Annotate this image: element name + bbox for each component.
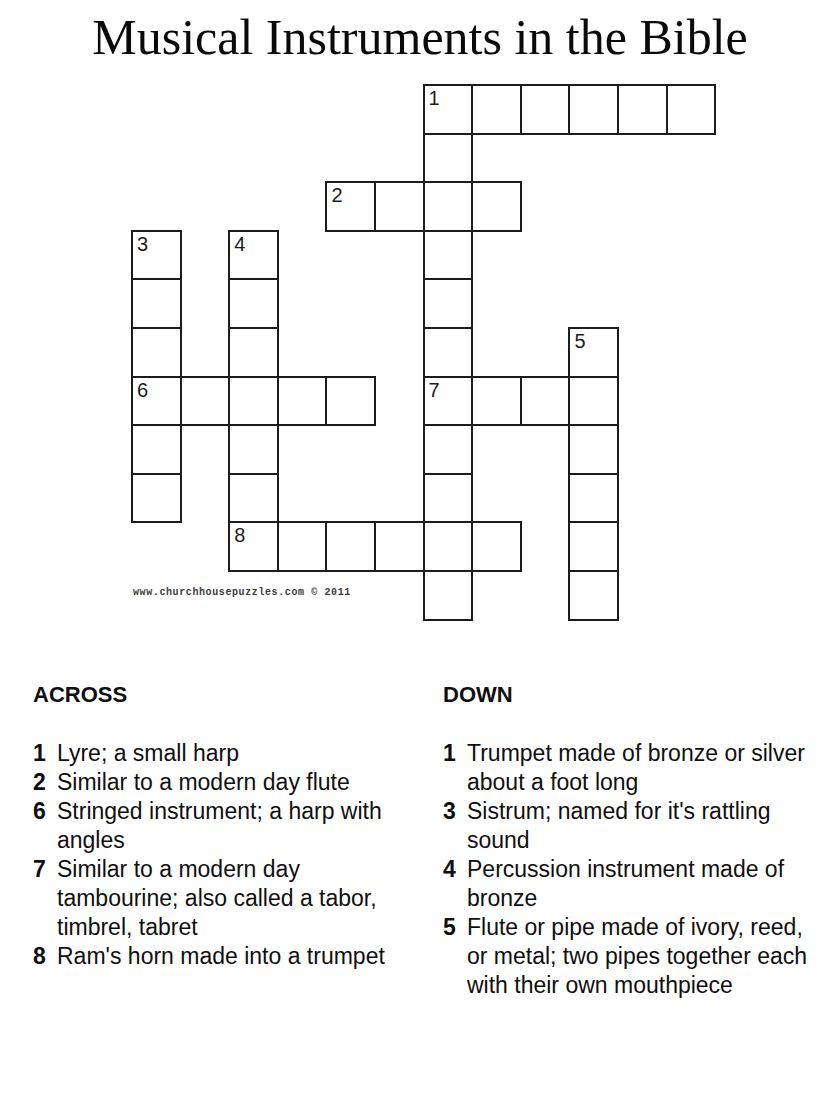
- cell-number: 2: [331, 183, 342, 207]
- cell-number: 4: [234, 232, 245, 256]
- clue-number: 5: [443, 913, 467, 1000]
- grid-cell[interactable]: [423, 521, 474, 572]
- grid-cell[interactable]: [374, 521, 425, 572]
- grid-cell[interactable]: [228, 424, 279, 475]
- down-header: DOWN: [443, 681, 833, 708]
- grid-cell[interactable]: [617, 84, 668, 135]
- grid-cell[interactable]: 3: [131, 230, 182, 281]
- grid-cell[interactable]: [374, 181, 425, 232]
- cell-number: 8: [234, 523, 245, 547]
- down-clue-list: 1Trumpet made of bronze or silver about …: [443, 739, 833, 1000]
- page-title: Musical Instruments in the Bible: [0, 8, 840, 66]
- clue-text: Lyre; a small harp: [57, 739, 397, 768]
- grid-cell[interactable]: 1: [423, 84, 474, 135]
- clue-number: 1: [443, 739, 467, 797]
- grid-cell[interactable]: [228, 473, 279, 524]
- across-clue-2: 2Similar to a modern day flute: [33, 768, 433, 797]
- grid-cell[interactable]: [568, 84, 619, 135]
- cell-number: 6: [137, 378, 148, 402]
- clue-number: 7: [33, 855, 57, 942]
- grid-cell[interactable]: [228, 376, 279, 427]
- grid-cell[interactable]: [423, 473, 474, 524]
- across-clue-7: 7Similar to a modern day tambourine; als…: [33, 855, 433, 942]
- grid-cell[interactable]: [180, 376, 231, 427]
- across-clue-6: 6Stringed instrument; a harp with angles: [33, 797, 433, 855]
- grid-cell[interactable]: 6: [131, 376, 182, 427]
- cell-number: 1: [429, 86, 440, 110]
- clue-number: 2: [33, 768, 57, 797]
- clue-text: Stringed instrument; a harp with angles: [57, 797, 397, 855]
- grid-cell[interactable]: 4: [228, 230, 279, 281]
- down-clue-3: 3Sistrum; named for it's rattling sound: [443, 797, 833, 855]
- clue-number: 4: [443, 855, 467, 913]
- clue-text: Trumpet made of bronze or silver about a…: [467, 739, 815, 797]
- copyright-text: www.churchhousepuzzles.com © 2011: [133, 587, 351, 598]
- across-clue-1: 1Lyre; a small harp: [33, 739, 433, 768]
- grid-cell[interactable]: [568, 521, 619, 572]
- grid-cell[interactable]: [131, 424, 182, 475]
- puzzle-page: Musical Instruments in the Bible 1234567…: [0, 0, 840, 1112]
- down-clues-section: DOWN 1Trumpet made of bronze or silver a…: [443, 681, 833, 1000]
- grid-cell[interactable]: 7: [423, 376, 474, 427]
- grid-cell[interactable]: [568, 570, 619, 621]
- grid-cell[interactable]: [568, 424, 619, 475]
- grid-cell[interactable]: [277, 376, 328, 427]
- across-header: ACROSS: [33, 681, 433, 708]
- grid-cell[interactable]: [131, 327, 182, 378]
- grid-cell[interactable]: [131, 473, 182, 524]
- grid-cell[interactable]: [423, 133, 474, 184]
- grid-cell[interactable]: [568, 473, 619, 524]
- grid-cell[interactable]: [520, 84, 571, 135]
- grid-cell[interactable]: [471, 376, 522, 427]
- clue-number: 1: [33, 739, 57, 768]
- grid-cell[interactable]: [228, 327, 279, 378]
- cell-number: 5: [574, 329, 585, 353]
- cell-number: 3: [137, 232, 148, 256]
- across-clue-list: 1Lyre; a small harp2Similar to a modern …: [33, 739, 433, 971]
- cell-number: 7: [429, 378, 440, 402]
- grid-cell[interactable]: [423, 230, 474, 281]
- grid-cell[interactable]: [471, 521, 522, 572]
- grid-cell[interactable]: [666, 84, 717, 135]
- clue-text: Sistrum; named for it's rattling sound: [467, 797, 815, 855]
- grid-cell[interactable]: [423, 327, 474, 378]
- clue-text: Flute or pipe made of ivory, reed, or me…: [467, 913, 815, 1000]
- grid-cell[interactable]: [520, 376, 571, 427]
- clue-number: 6: [33, 797, 57, 855]
- grid-cell[interactable]: [471, 84, 522, 135]
- grid-cell[interactable]: [228, 278, 279, 329]
- grid-cell[interactable]: [277, 521, 328, 572]
- grid-cell[interactable]: 8: [228, 521, 279, 572]
- grid-cell[interactable]: [423, 570, 474, 621]
- clue-number: 8: [33, 942, 57, 971]
- clue-text: Percussion instrument made of bronze: [467, 855, 815, 913]
- grid-cell[interactable]: [423, 278, 474, 329]
- grid-cell[interactable]: 5: [568, 327, 619, 378]
- clue-text: Similar to a modern day flute: [57, 768, 397, 797]
- clue-number: 3: [443, 797, 467, 855]
- grid-cell[interactable]: [325, 376, 376, 427]
- across-clues-section: ACROSS 1Lyre; a small harp2Similar to a …: [33, 681, 433, 971]
- grid-cell[interactable]: [471, 181, 522, 232]
- clue-text: Similar to a modern day tambourine; also…: [57, 855, 397, 942]
- grid-cell[interactable]: 2: [325, 181, 376, 232]
- crossword-grid: 12345678: [131, 84, 721, 624]
- grid-cell[interactable]: [423, 181, 474, 232]
- down-clue-1: 1Trumpet made of bronze or silver about …: [443, 739, 833, 797]
- grid-cell[interactable]: [423, 424, 474, 475]
- grid-cell[interactable]: [568, 376, 619, 427]
- grid-cell[interactable]: [325, 521, 376, 572]
- down-clue-5: 5Flute or pipe made of ivory, reed, or m…: [443, 913, 833, 1000]
- across-clue-8: 8Ram's horn made into a trumpet: [33, 942, 433, 971]
- grid-cell[interactable]: [131, 278, 182, 329]
- clue-text: Ram's horn made into a trumpet: [57, 942, 397, 971]
- down-clue-4: 4Percussion instrument made of bronze: [443, 855, 833, 913]
